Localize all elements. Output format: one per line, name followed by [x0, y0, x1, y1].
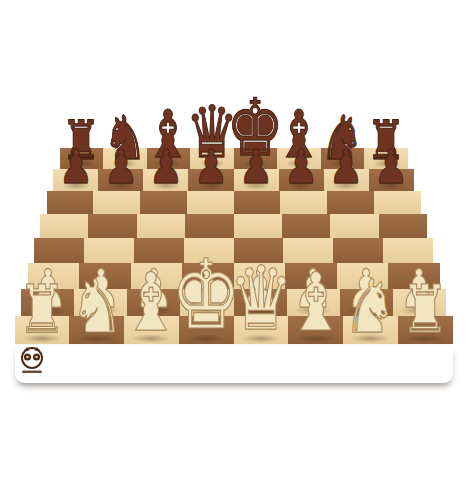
black-pawn-g7[interactable]: ♟: [329, 143, 364, 190]
square-c7[interactable]: ♟: [143, 169, 188, 191]
edge-segment-e: [251, 345, 302, 383]
edge-segment-h: [402, 345, 453, 383]
rank-6: [47, 191, 421, 214]
edge-segment-a: [49, 345, 100, 383]
white-knight-g1[interactable]: ♞: [343, 269, 397, 343]
square-g7[interactable]: ♟: [324, 169, 369, 191]
white-knight-b1[interactable]: ♞: [69, 269, 123, 343]
black-pawn-h7[interactable]: ♟: [374, 143, 409, 190]
square-b1[interactable]: ♞: [69, 316, 124, 344]
edge-segment-g: [352, 345, 403, 383]
square-e6[interactable]: [234, 191, 281, 214]
square-a7[interactable]: ♟: [53, 169, 98, 191]
square-f6[interactable]: [280, 191, 327, 214]
chess-set-photo: ♜♞♝♛♚♝♞♜♟♟♟♟♟♟♟♟♟♟♟♟♟♟♟♟♜♞♝♚♛♝♞♜: [0, 0, 467, 500]
white-bishop-f1[interactable]: ♝: [286, 263, 345, 343]
square-e7[interactable]: ♟: [234, 169, 279, 191]
square-g1[interactable]: ♞: [343, 316, 398, 344]
black-pawn-e7[interactable]: ♟: [239, 143, 274, 190]
square-h5[interactable]: [379, 214, 427, 238]
square-b6[interactable]: [93, 191, 140, 214]
edge-segment-b: [99, 345, 150, 383]
square-h7[interactable]: ♟: [369, 169, 414, 191]
square-c6[interactable]: [140, 191, 187, 214]
square-a1[interactable]: ♜: [15, 316, 70, 344]
square-a5[interactable]: [40, 214, 88, 238]
owl-logo-icon: [15, 345, 49, 377]
square-g6[interactable]: [327, 191, 374, 214]
square-d7[interactable]: ♟: [188, 169, 233, 191]
white-rook-h1[interactable]: ♜: [401, 277, 450, 343]
square-c5[interactable]: [137, 214, 185, 238]
square-f1[interactable]: ♝: [288, 316, 343, 344]
square-f5[interactable]: [282, 214, 330, 238]
black-pawn-b7[interactable]: ♟: [103, 143, 138, 190]
square-e5[interactable]: [234, 214, 282, 238]
white-queen-e1[interactable]: ♛: [229, 255, 294, 343]
black-pawn-a7[interactable]: ♟: [58, 143, 93, 190]
black-pawn-c7[interactable]: ♟: [149, 143, 184, 190]
square-e1[interactable]: ♛: [234, 316, 289, 344]
rank-5: [40, 214, 427, 238]
square-b5[interactable]: [88, 214, 136, 238]
chess-board: ♜♞♝♛♚♝♞♜♟♟♟♟♟♟♟♟♟♟♟♟♟♟♟♟♜♞♝♚♛♝♞♜: [0, 148, 467, 344]
edge-segment-f: [301, 345, 352, 383]
square-d5[interactable]: [185, 214, 233, 238]
white-rook-a1[interactable]: ♜: [18, 277, 67, 343]
black-pawn-d7[interactable]: ♟: [194, 143, 229, 190]
square-b7[interactable]: ♟: [98, 169, 143, 191]
square-g5[interactable]: [330, 214, 378, 238]
square-f7[interactable]: ♟: [279, 169, 324, 191]
rank-1: ♜♞♝♚♛♝♞♜: [15, 316, 453, 344]
square-h1[interactable]: ♜: [398, 316, 453, 344]
square-h6[interactable]: [374, 191, 421, 214]
square-d6[interactable]: [187, 191, 234, 214]
black-pawn-f7[interactable]: ♟: [284, 143, 319, 190]
square-d1[interactable]: ♚: [179, 316, 234, 344]
square-a6[interactable]: [47, 191, 94, 214]
